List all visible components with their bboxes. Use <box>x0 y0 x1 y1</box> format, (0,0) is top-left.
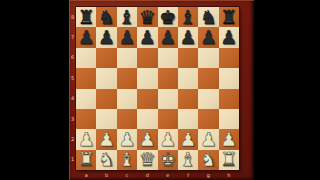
square-b7[interactable]: ♟ <box>96 27 116 47</box>
square-d5[interactable] <box>137 68 157 88</box>
file-labels: a b c d e f g h <box>76 170 239 180</box>
square-c3[interactable] <box>117 109 137 129</box>
square-e4[interactable] <box>158 89 178 109</box>
chess-board-frame: 8 7 6 5 4 3 2 1 ♜♞♝♛♚♝♞♜♟♟♟♟♟♟♟♟♟♟♟♟♟♟♟♟… <box>69 0 254 180</box>
square-b6[interactable] <box>96 48 116 68</box>
square-h1[interactable]: ♜ <box>219 150 239 170</box>
black-pawn[interactable]: ♟ <box>180 28 197 47</box>
black-pawn[interactable]: ♟ <box>159 28 176 47</box>
square-g2[interactable]: ♟ <box>198 129 218 149</box>
square-g6[interactable] <box>198 48 218 68</box>
rank-label-4: 4 <box>69 89 76 109</box>
white-pawn[interactable]: ♟ <box>220 129 237 148</box>
rank-label-2: 2 <box>69 129 76 149</box>
square-f2[interactable]: ♟ <box>178 129 198 149</box>
square-f3[interactable] <box>178 109 198 129</box>
square-a1[interactable]: ♜ <box>76 150 96 170</box>
square-b3[interactable] <box>96 109 116 129</box>
square-g5[interactable] <box>198 68 218 88</box>
black-king[interactable]: ♚ <box>159 7 176 26</box>
file-label-d: d <box>137 170 157 180</box>
white-knight[interactable]: ♞ <box>98 150 115 169</box>
square-f6[interactable] <box>178 48 198 68</box>
letterbox-left <box>0 0 69 180</box>
square-d6[interactable] <box>137 48 157 68</box>
square-g4[interactable] <box>198 89 218 109</box>
white-bishop[interactable]: ♝ <box>180 150 197 169</box>
square-c1[interactable]: ♝ <box>117 150 137 170</box>
square-e5[interactable] <box>158 68 178 88</box>
white-queen[interactable]: ♛ <box>139 150 156 169</box>
square-h3[interactable] <box>219 109 239 129</box>
square-g1[interactable]: ♞ <box>198 150 218 170</box>
square-e6[interactable] <box>158 48 178 68</box>
black-pawn[interactable]: ♟ <box>78 28 95 47</box>
file-label-b: b <box>96 170 116 180</box>
square-a5[interactable] <box>76 68 96 88</box>
black-bishop[interactable]: ♝ <box>118 7 135 26</box>
square-c5[interactable] <box>117 68 137 88</box>
square-h5[interactable] <box>219 68 239 88</box>
black-queen[interactable]: ♛ <box>139 7 156 26</box>
file-label-e: e <box>158 170 178 180</box>
square-e8[interactable]: ♚ <box>158 7 178 27</box>
black-pawn[interactable]: ♟ <box>200 28 217 47</box>
video-frame: 8 7 6 5 4 3 2 1 ♜♞♝♛♚♝♞♜♟♟♟♟♟♟♟♟♟♟♟♟♟♟♟♟… <box>0 0 320 180</box>
square-e1[interactable]: ♚ <box>158 150 178 170</box>
square-f5[interactable] <box>178 68 198 88</box>
square-e7[interactable]: ♟ <box>158 27 178 47</box>
file-label-f: f <box>178 170 198 180</box>
square-g7[interactable]: ♟ <box>198 27 218 47</box>
rank-label-5: 5 <box>69 68 76 88</box>
square-d3[interactable] <box>137 109 157 129</box>
square-d1[interactable]: ♛ <box>137 150 157 170</box>
white-rook[interactable]: ♜ <box>78 150 95 169</box>
square-h8[interactable]: ♜ <box>219 7 239 27</box>
square-c4[interactable] <box>117 89 137 109</box>
file-label-c: c <box>117 170 137 180</box>
black-pawn[interactable]: ♟ <box>118 28 135 47</box>
square-g3[interactable] <box>198 109 218 129</box>
square-d4[interactable] <box>137 89 157 109</box>
square-h2[interactable]: ♟ <box>219 129 239 149</box>
square-b2[interactable]: ♟ <box>96 129 116 149</box>
rank-label-7: 7 <box>69 27 76 47</box>
square-c8[interactable]: ♝ <box>117 7 137 27</box>
square-a7[interactable]: ♟ <box>76 27 96 47</box>
square-a6[interactable] <box>76 48 96 68</box>
square-c7[interactable]: ♟ <box>117 27 137 47</box>
letterbox-right <box>254 0 320 180</box>
square-f7[interactable]: ♟ <box>178 27 198 47</box>
square-f4[interactable] <box>178 89 198 109</box>
square-c6[interactable] <box>117 48 137 68</box>
white-pawn[interactable]: ♟ <box>78 129 95 148</box>
square-c2[interactable]: ♟ <box>117 129 137 149</box>
square-e3[interactable] <box>158 109 178 129</box>
square-h7[interactable]: ♟ <box>219 27 239 47</box>
black-pawn[interactable]: ♟ <box>98 28 115 47</box>
white-pawn[interactable]: ♟ <box>118 129 135 148</box>
square-a2[interactable]: ♟ <box>76 129 96 149</box>
white-pawn[interactable]: ♟ <box>98 129 115 148</box>
black-pawn[interactable]: ♟ <box>139 28 156 47</box>
white-pawn[interactable]: ♟ <box>139 129 156 148</box>
square-b1[interactable]: ♞ <box>96 150 116 170</box>
chess-board[interactable]: ♜♞♝♛♚♝♞♜♟♟♟♟♟♟♟♟♟♟♟♟♟♟♟♟♜♞♝♛♚♝♞♜ <box>76 7 239 170</box>
white-pawn[interactable]: ♟ <box>200 129 217 148</box>
square-b8[interactable]: ♞ <box>96 7 116 27</box>
black-rook[interactable]: ♜ <box>220 7 237 26</box>
square-f1[interactable]: ♝ <box>178 150 198 170</box>
square-b4[interactable] <box>96 89 116 109</box>
white-rook[interactable]: ♜ <box>220 150 237 169</box>
square-g8[interactable]: ♞ <box>198 7 218 27</box>
square-a3[interactable] <box>76 109 96 129</box>
square-a4[interactable] <box>76 89 96 109</box>
square-d7[interactable]: ♟ <box>137 27 157 47</box>
square-f8[interactable]: ♝ <box>178 7 198 27</box>
square-h6[interactable] <box>219 48 239 68</box>
rank-label-1: 1 <box>69 150 76 170</box>
rank-label-6: 6 <box>69 48 76 68</box>
square-d8[interactable]: ♛ <box>137 7 157 27</box>
white-bishop[interactable]: ♝ <box>118 150 135 169</box>
file-label-a: a <box>76 170 96 180</box>
white-pawn[interactable]: ♟ <box>180 129 197 148</box>
square-b5[interactable] <box>96 68 116 88</box>
square-e2[interactable]: ♟ <box>158 129 178 149</box>
square-h4[interactable] <box>219 89 239 109</box>
black-rook[interactable]: ♜ <box>78 7 95 26</box>
white-pawn[interactable]: ♟ <box>159 129 176 148</box>
black-knight[interactable]: ♞ <box>200 7 217 26</box>
black-knight[interactable]: ♞ <box>98 7 115 26</box>
square-a8[interactable]: ♜ <box>76 7 96 27</box>
file-label-h: h <box>219 170 239 180</box>
file-label-g: g <box>198 170 218 180</box>
white-king[interactable]: ♚ <box>159 150 176 169</box>
rank-labels: 8 7 6 5 4 3 2 1 <box>69 7 76 170</box>
rank-label-8: 8 <box>69 7 76 27</box>
black-bishop[interactable]: ♝ <box>180 7 197 26</box>
white-knight[interactable]: ♞ <box>200 150 217 169</box>
black-pawn[interactable]: ♟ <box>220 28 237 47</box>
square-d2[interactable]: ♟ <box>137 129 157 149</box>
rank-label-3: 3 <box>69 109 76 129</box>
